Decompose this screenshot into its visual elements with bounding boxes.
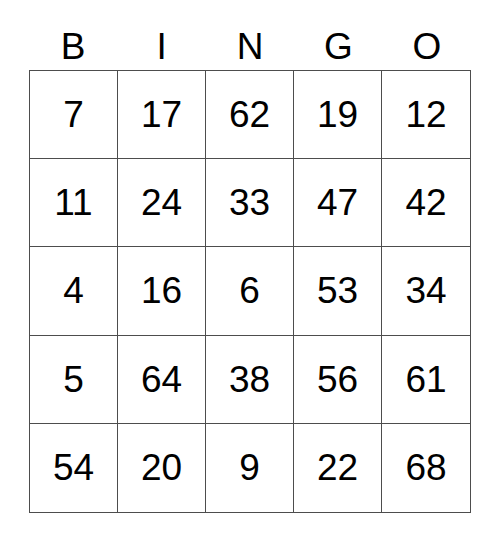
bingo-cell-r4c1[interactable]: 5 <box>30 336 118 424</box>
bingo-cell-r1c3[interactable]: 62 <box>206 71 294 159</box>
bingo-cell-r3c1[interactable]: 4 <box>30 247 118 335</box>
header-letter-b: B <box>29 0 117 70</box>
bingo-cell-r3c2[interactable]: 16 <box>118 247 206 335</box>
bingo-header-row: B I N G O <box>29 0 471 70</box>
bingo-cell-r5c5[interactable]: 68 <box>382 424 470 512</box>
bingo-grid: 7 17 62 19 12 11 24 33 47 42 4 16 6 53 3… <box>29 70 471 513</box>
bingo-cell-r5c2[interactable]: 20 <box>118 424 206 512</box>
bingo-cell-r2c4[interactable]: 47 <box>294 159 382 247</box>
header-letter-o: O <box>383 0 471 70</box>
bingo-card: B I N G O 7 17 62 19 12 11 24 33 47 42 4… <box>0 0 500 544</box>
bingo-cell-r4c2[interactable]: 64 <box>118 336 206 424</box>
bingo-cell-r2c5[interactable]: 42 <box>382 159 470 247</box>
bingo-cell-r1c4[interactable]: 19 <box>294 71 382 159</box>
header-letter-i: I <box>117 0 205 70</box>
bingo-cell-r2c1[interactable]: 11 <box>30 159 118 247</box>
bingo-cell-r4c5[interactable]: 61 <box>382 336 470 424</box>
bingo-cell-r1c5[interactable]: 12 <box>382 71 470 159</box>
header-letter-g: G <box>294 0 382 70</box>
bingo-cell-r3c4[interactable]: 53 <box>294 247 382 335</box>
bingo-cell-r3c3[interactable]: 6 <box>206 247 294 335</box>
bingo-cell-r4c3[interactable]: 38 <box>206 336 294 424</box>
bingo-cell-r4c4[interactable]: 56 <box>294 336 382 424</box>
bingo-cell-r3c5[interactable]: 34 <box>382 247 470 335</box>
bingo-cell-r2c3[interactable]: 33 <box>206 159 294 247</box>
header-letter-n: N <box>206 0 294 70</box>
bingo-cell-r2c2[interactable]: 24 <box>118 159 206 247</box>
bingo-cell-r1c2[interactable]: 17 <box>118 71 206 159</box>
bingo-cell-r1c1[interactable]: 7 <box>30 71 118 159</box>
bingo-cell-r5c4[interactable]: 22 <box>294 424 382 512</box>
bingo-cell-r5c1[interactable]: 54 <box>30 424 118 512</box>
bingo-cell-r5c3[interactable]: 9 <box>206 424 294 512</box>
